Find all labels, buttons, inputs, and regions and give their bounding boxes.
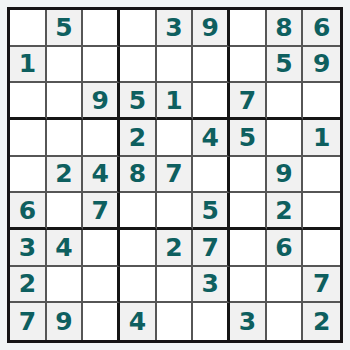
cell-r9c7-given: 3 (230, 303, 267, 340)
cell-r9c5-empty[interactable] (157, 303, 194, 340)
cell-r7c4-empty[interactable] (120, 230, 157, 267)
cell-r1c8-given: 8 (267, 10, 304, 47)
cell-r5c9-empty[interactable] (303, 157, 340, 194)
sudoku-board: 53986159951724512487967523427623779432 (7, 7, 343, 343)
cell-r2c8-given: 5 (267, 47, 304, 84)
cell-r6c8-given: 2 (267, 193, 304, 230)
cell-r2c2-empty[interactable] (47, 47, 84, 84)
cell-r6c6-given: 5 (193, 193, 230, 230)
cell-r6c7-empty[interactable] (230, 193, 267, 230)
cell-r3c1-empty[interactable] (10, 83, 47, 120)
cell-r7c2-given: 4 (47, 230, 84, 267)
cell-r5c1-empty[interactable] (10, 157, 47, 194)
cell-r5c2-given: 2 (47, 157, 84, 194)
cell-r3c8-empty[interactable] (267, 83, 304, 120)
cell-r1c1-empty[interactable] (10, 10, 47, 47)
cell-r8c4-empty[interactable] (120, 267, 157, 304)
cell-r2c4-empty[interactable] (120, 47, 157, 84)
cell-r4c4-given: 2 (120, 120, 157, 157)
cell-r5c7-empty[interactable] (230, 157, 267, 194)
cell-r9c3-empty[interactable] (83, 303, 120, 340)
cell-r4c5-empty[interactable] (157, 120, 194, 157)
cell-r8c6-given: 3 (193, 267, 230, 304)
cell-r6c4-empty[interactable] (120, 193, 157, 230)
cell-r1c5-given: 3 (157, 10, 194, 47)
cell-r7c5-given: 2 (157, 230, 194, 267)
cell-r8c1-given: 2 (10, 267, 47, 304)
cell-r5c4-given: 8 (120, 157, 157, 194)
cell-r3c2-empty[interactable] (47, 83, 84, 120)
cell-r4c6-given: 4 (193, 120, 230, 157)
cell-r2c3-empty[interactable] (83, 47, 120, 84)
cell-r9c6-empty[interactable] (193, 303, 230, 340)
cell-r9c9-given: 2 (303, 303, 340, 340)
cell-r5c8-given: 9 (267, 157, 304, 194)
cell-r3c7-given: 7 (230, 83, 267, 120)
cell-r6c9-empty[interactable] (303, 193, 340, 230)
cell-r7c9-empty[interactable] (303, 230, 340, 267)
cell-r4c2-empty[interactable] (47, 120, 84, 157)
cell-r1c4-empty[interactable] (120, 10, 157, 47)
cell-r9c8-empty[interactable] (267, 303, 304, 340)
cell-r3c9-empty[interactable] (303, 83, 340, 120)
cell-r9c4-given: 4 (120, 303, 157, 340)
cell-r6c5-empty[interactable] (157, 193, 194, 230)
cell-r4c8-empty[interactable] (267, 120, 304, 157)
cell-r8c2-empty[interactable] (47, 267, 84, 304)
cell-r8c8-empty[interactable] (267, 267, 304, 304)
cell-r6c1-given: 6 (10, 193, 47, 230)
cell-r8c3-empty[interactable] (83, 267, 120, 304)
cell-r7c7-empty[interactable] (230, 230, 267, 267)
cell-r4c3-empty[interactable] (83, 120, 120, 157)
cell-r3c4-given: 5 (120, 83, 157, 120)
cell-r5c3-given: 4 (83, 157, 120, 194)
cell-r3c5-given: 1 (157, 83, 194, 120)
cell-r2c6-empty[interactable] (193, 47, 230, 84)
cell-r1c7-empty[interactable] (230, 10, 267, 47)
cell-r7c1-given: 3 (10, 230, 47, 267)
cell-r2c1-given: 1 (10, 47, 47, 84)
cell-r2c7-empty[interactable] (230, 47, 267, 84)
cell-r7c8-given: 6 (267, 230, 304, 267)
cell-r5c6-empty[interactable] (193, 157, 230, 194)
cell-r5c5-given: 7 (157, 157, 194, 194)
cell-r4c1-empty[interactable] (10, 120, 47, 157)
cell-r6c3-given: 7 (83, 193, 120, 230)
cell-r1c2-given: 5 (47, 10, 84, 47)
cell-r9c1-given: 7 (10, 303, 47, 340)
cell-r7c6-given: 7 (193, 230, 230, 267)
cell-r1c3-empty[interactable] (83, 10, 120, 47)
cell-r6c2-empty[interactable] (47, 193, 84, 230)
cell-r3c6-empty[interactable] (193, 83, 230, 120)
cell-r7c3-empty[interactable] (83, 230, 120, 267)
cell-r1c6-given: 9 (193, 10, 230, 47)
cell-r8c9-given: 7 (303, 267, 340, 304)
cell-r3c3-given: 9 (83, 83, 120, 120)
cell-r2c9-given: 9 (303, 47, 340, 84)
cell-r2c5-empty[interactable] (157, 47, 194, 84)
cell-r4c9-given: 1 (303, 120, 340, 157)
cell-r8c5-empty[interactable] (157, 267, 194, 304)
cell-r1c9-given: 6 (303, 10, 340, 47)
cell-r4c7-given: 5 (230, 120, 267, 157)
cell-r9c2-given: 9 (47, 303, 84, 340)
cell-r8c7-empty[interactable] (230, 267, 267, 304)
